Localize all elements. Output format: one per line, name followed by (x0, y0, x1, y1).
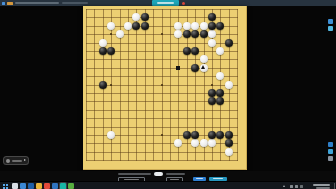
avatar (6, 159, 10, 163)
taskbar-app-icon[interactable] (44, 183, 50, 189)
stone-black-Q18 (208, 13, 216, 21)
stone-black-R9 (216, 89, 224, 97)
taskbar-app-icon[interactable] (36, 183, 42, 189)
go-board[interactable] (83, 6, 247, 170)
stone-black-O16 (191, 30, 199, 38)
status-text-left (118, 173, 151, 176)
stone-black-S15 (225, 39, 233, 47)
chevron-right-icon (24, 159, 26, 161)
side-icon[interactable] (328, 156, 333, 161)
stone-white-F17 (124, 22, 132, 30)
button-label (213, 178, 224, 180)
stone-black-S4 (225, 131, 233, 139)
side-icon[interactable] (328, 149, 333, 154)
side-icon[interactable] (328, 142, 333, 147)
triangle-mark (201, 65, 205, 69)
viewer-pill-text (12, 160, 22, 162)
stone-white-G18 (132, 13, 140, 21)
star-point (161, 84, 163, 86)
stone-white-Q16 (208, 30, 216, 38)
slider-thumb[interactable] (154, 172, 163, 176)
stone-black-G17 (132, 22, 140, 30)
stone-black-Q9 (208, 89, 216, 97)
clock-date-text (316, 187, 330, 189)
tray-icon[interactable] (300, 185, 303, 188)
tray-icon[interactable] (295, 185, 298, 188)
stone-black-D14 (107, 47, 115, 55)
stone-black-C14 (99, 47, 107, 55)
grid-line (86, 127, 238, 128)
control-strip (0, 171, 336, 181)
stone-white-S10 (225, 81, 233, 89)
stone-white-S2 (225, 148, 233, 156)
star-point (211, 84, 213, 86)
grid-line (86, 160, 238, 161)
stone-white-P3 (200, 139, 208, 147)
stone-white-M3 (174, 139, 182, 147)
stone-black-C10 (99, 81, 107, 89)
window-subtitle-text (62, 2, 88, 4)
start-button[interactable] (3, 184, 8, 189)
stone-black-Q4 (208, 131, 216, 139)
stone-white-Q15 (208, 39, 216, 47)
stone-black-Q8 (208, 97, 216, 105)
stone-white-O3 (191, 139, 199, 147)
stone-white-P13 (200, 55, 208, 63)
side-icon[interactable] (328, 26, 333, 31)
stone-black-N14 (183, 47, 191, 55)
title-badge-icon (7, 2, 13, 5)
stone-black-O12 (191, 64, 199, 72)
stone-white-M17 (174, 22, 182, 30)
stone-white-Q3 (208, 139, 216, 147)
tray-icon[interactable] (290, 185, 293, 188)
taskbar (0, 181, 336, 189)
stone-black-R17 (216, 22, 224, 30)
stone-white-N17 (183, 22, 191, 30)
window-title-text (15, 2, 59, 4)
stone-black-H17 (141, 22, 149, 30)
app-favicon-icon (2, 2, 5, 5)
grid-line (237, 9, 238, 161)
taskbar-app-icon[interactable] (60, 183, 66, 189)
tab-label-text (157, 2, 174, 4)
grid-line (86, 152, 238, 153)
taskbar-app-icon[interactable] (68, 183, 74, 189)
button-label (196, 178, 204, 180)
stone-white-E16 (116, 30, 124, 38)
taskbar-app-icon[interactable] (28, 183, 34, 189)
screen (0, 0, 336, 189)
stone-white-O17 (191, 22, 199, 30)
stone-white-R11 (216, 72, 224, 80)
grid-line (170, 9, 171, 161)
stone-white-D17 (107, 22, 115, 30)
stone-black-S3 (225, 139, 233, 147)
stone-black-R4 (216, 131, 224, 139)
clock-time-text (313, 184, 330, 186)
stone-white-C15 (99, 39, 107, 47)
stone-black-O14 (191, 47, 199, 55)
stone-black-R8 (216, 97, 224, 105)
stone-black-N16 (183, 30, 191, 38)
stone-black-P16 (200, 30, 208, 38)
taskbar-app-icon[interactable] (52, 183, 58, 189)
square-mark (176, 66, 180, 70)
stone-white-D4 (107, 131, 115, 139)
record-indicator-icon[interactable] (182, 2, 185, 5)
stone-white-P12 (200, 64, 208, 72)
side-icon[interactable] (328, 19, 333, 24)
taskbar-app-icon[interactable] (12, 183, 18, 189)
taskbar-app-icon[interactable] (20, 183, 26, 189)
stone-white-R14 (216, 47, 224, 55)
stone-white-M16 (174, 30, 182, 38)
stone-white-P17 (200, 22, 208, 30)
grid-line (86, 110, 238, 111)
status-text-right (166, 173, 185, 176)
tray-expand-icon[interactable] (283, 185, 285, 187)
video-area (0, 6, 336, 171)
stone-black-O4 (191, 131, 199, 139)
viewer-pill[interactable] (3, 156, 29, 165)
taskbar-icons (12, 183, 74, 189)
stone-black-N4 (183, 131, 191, 139)
stone-black-Q17 (208, 22, 216, 30)
star-point (161, 134, 163, 136)
show-desktop-button[interactable] (334, 183, 335, 189)
grid-line (86, 118, 238, 119)
stone-black-H18 (141, 13, 149, 21)
